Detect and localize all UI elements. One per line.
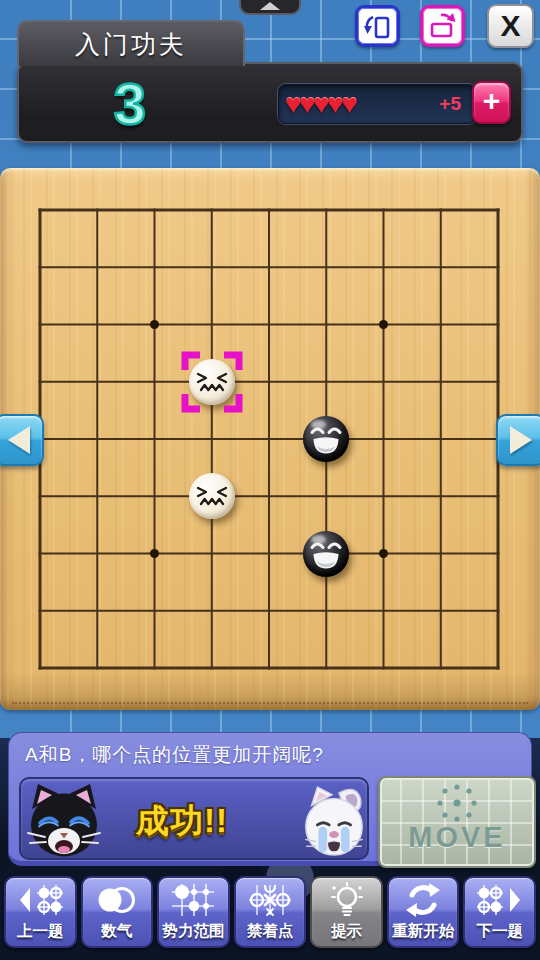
toolbar-button-forbidden-points[interactable]: 禁着点: [234, 876, 307, 948]
prev-problem-icon: [17, 882, 63, 918]
hint-bulb-icon: [327, 882, 367, 918]
left-arrow-icon: [8, 426, 30, 454]
next-problem-icon: [477, 882, 523, 918]
white-puppy-crying-icon: [301, 785, 367, 857]
toolbar-button-hint[interactable]: 提示: [310, 876, 383, 948]
lives-bonus: +5: [439, 93, 469, 115]
collapse-header-tab[interactable]: [239, 0, 301, 15]
count-liberties-icon: [94, 882, 140, 918]
rotate-portrait-button[interactable]: [355, 5, 400, 47]
toolbar-button-restart[interactable]: 重新开始: [387, 876, 460, 948]
result-panel: 成功!!: [19, 777, 369, 860]
close-button[interactable]: X: [487, 4, 534, 48]
toolbar-button-influence-area[interactable]: 势力范围: [157, 876, 230, 948]
bottom-toolbar: 上一题 数气 势力范围: [0, 876, 540, 950]
lives-bar: ♥♥♥♥♥ +5: [278, 84, 476, 124]
hearts-row: ♥♥♥♥♥: [285, 91, 355, 118]
move-button[interactable]: MOVE: [378, 776, 536, 868]
influence-area-icon: [170, 882, 216, 918]
selection-marker: [181, 351, 243, 413]
toolbar-label: 上一题: [17, 921, 64, 942]
stone-layer: [0, 168, 540, 710]
black-stone[interactable]: [303, 531, 349, 577]
toolbar-label: 提示: [331, 921, 362, 942]
toolbar-label: 重新开始: [392, 921, 454, 942]
lesson-title: 入门功夫: [75, 28, 187, 61]
toolbar-label: 数气: [101, 921, 132, 942]
white-stone[interactable]: [189, 473, 235, 519]
black-stone[interactable]: [303, 416, 349, 462]
right-arrow-icon: [510, 426, 532, 454]
restart-icon: [403, 882, 443, 918]
rotate-landscape-icon: [427, 11, 459, 41]
toolbar-label: 下一题: [477, 921, 524, 942]
success-text: 成功!!: [115, 799, 249, 844]
toolbar-button-next-problem[interactable]: 下一题: [463, 876, 536, 948]
level-number: 3: [60, 64, 200, 142]
black-cat-laughing-icon: [23, 781, 105, 859]
toolbar-label: 势力范围: [162, 921, 224, 942]
toolbar-label: 禁着点: [247, 921, 294, 942]
go-board[interactable]: [0, 168, 540, 710]
move-label: MOVE: [408, 821, 505, 854]
toolbar-button-prev-problem[interactable]: 上一题: [4, 876, 77, 948]
rotate-portrait-icon: [362, 11, 394, 41]
rotate-landscape-button[interactable]: [420, 5, 465, 47]
question-text: A和B，哪个点的位置更加开阔呢?: [25, 742, 324, 768]
up-arrow-icon: [260, 2, 280, 10]
lesson-title-tab: 入门功夫: [17, 20, 245, 66]
next-board-button[interactable]: [496, 414, 540, 466]
add-lives-button[interactable]: +: [472, 81, 511, 124]
prev-board-button[interactable]: [0, 414, 44, 466]
board-edge-dotted-line: [12, 702, 528, 704]
forbidden-points-icon: [247, 882, 293, 918]
close-label: X: [500, 9, 520, 43]
heart-icon: ♥: [341, 89, 357, 119]
toolbar-button-count-liberties[interactable]: 数气: [81, 876, 154, 948]
